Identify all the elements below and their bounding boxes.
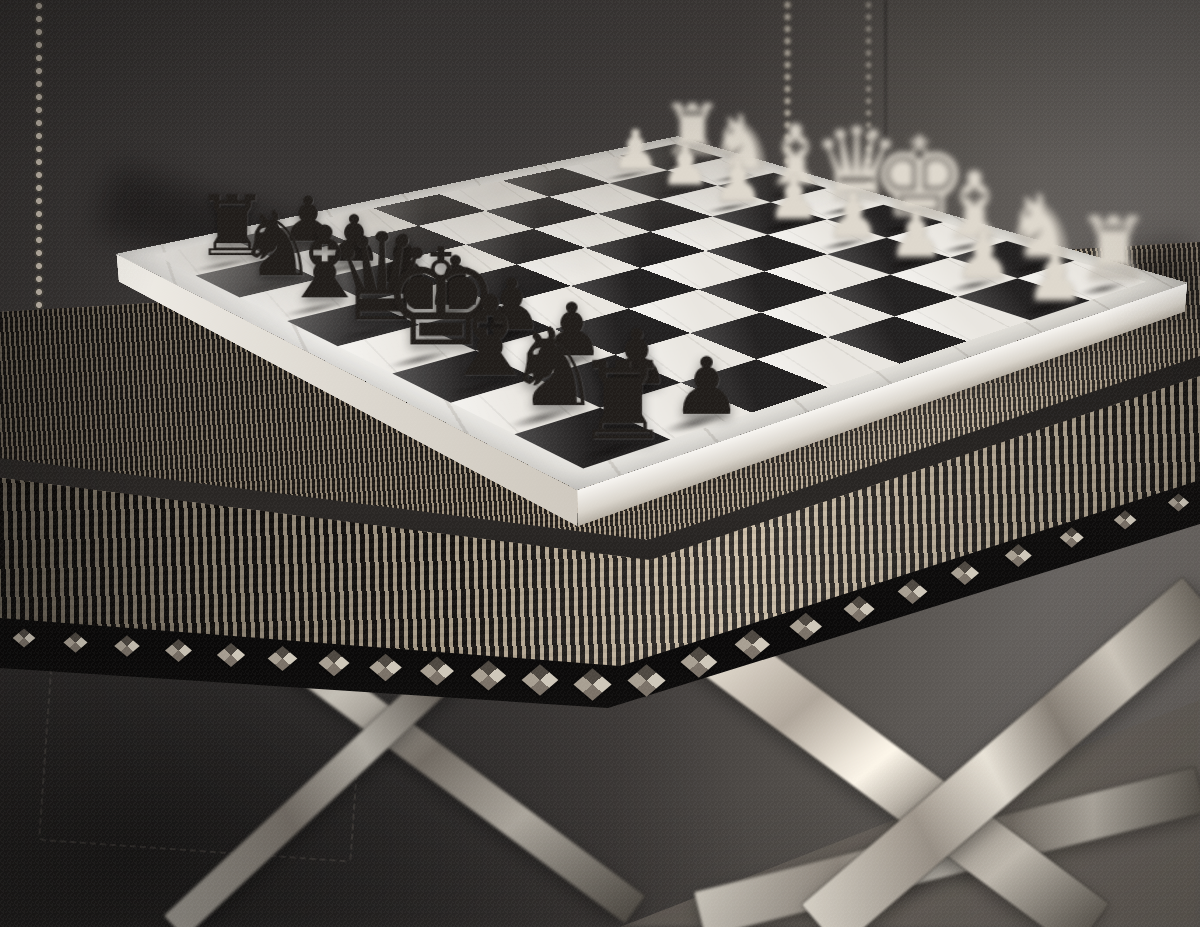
pyramid-stud-icon [735, 630, 770, 660]
pyramid-stud-icon [843, 595, 874, 622]
pyramid-stud-icon [115, 636, 140, 658]
pyramid-stud-icon [420, 657, 454, 686]
pyramid-stud-icon [897, 578, 927, 603]
pyramid-stud-icon [789, 613, 822, 641]
pyramid-stud-icon [1059, 527, 1084, 548]
pyramid-stud-icon [573, 668, 611, 700]
photo-scene: ♜♞♝♛♚♝♞♜♟♟♟♟♟♟♟♟♟♟♟♟♟♟♟♟♜♞♝♛♚♝♞♜ [0, 0, 1200, 927]
pyramid-stud-icon [522, 664, 559, 695]
pyramid-stud-icon [1113, 510, 1136, 529]
pyramid-stud-icon [165, 639, 192, 662]
pyramid-stud-icon [318, 650, 349, 676]
pyramid-stud-icon [681, 647, 717, 678]
pyramid-stud-icon [216, 643, 244, 667]
pyramid-stud-icon [369, 653, 402, 681]
pyramid-stud-icon [64, 632, 88, 652]
stud-layer [0, 0, 1200, 927]
pyramid-stud-icon [1005, 544, 1031, 566]
pyramid-stud-icon [267, 646, 297, 671]
pyramid-stud-icon [13, 628, 36, 647]
pyramid-stud-icon [627, 664, 665, 696]
ottoman [0, 0, 1200, 927]
pyramid-stud-icon [951, 561, 979, 585]
pyramid-stud-icon [471, 661, 506, 691]
pyramid-stud-icon [1167, 493, 1188, 511]
